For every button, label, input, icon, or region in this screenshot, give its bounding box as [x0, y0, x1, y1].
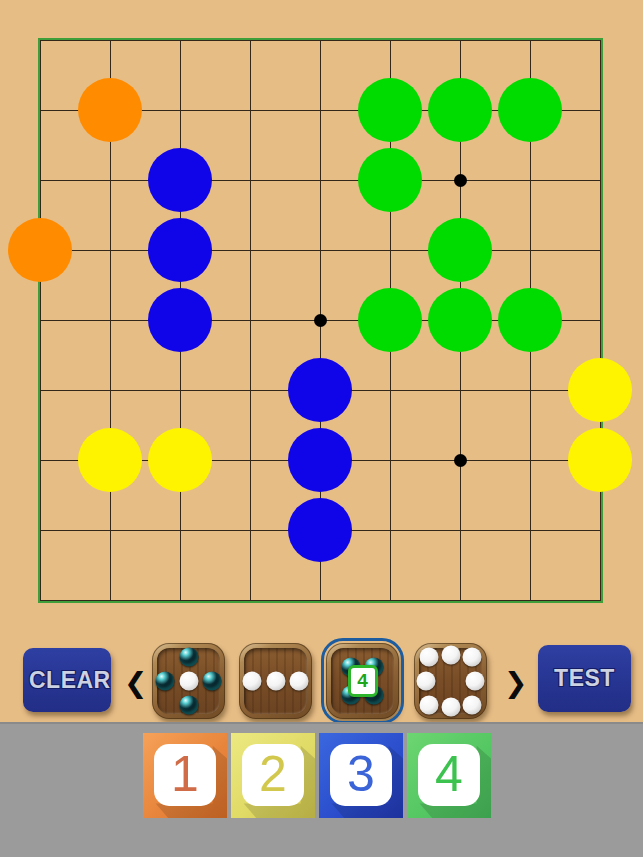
palette-button-2-yellow[interactable]: 2 [231, 733, 315, 818]
white-mini-stone-icon [419, 647, 438, 666]
white-mini-stone-icon [463, 647, 482, 666]
app-screen: CLEAR ❮ 4 ❯ TEST 1 2 3 4 [0, 0, 643, 857]
stone-count-badge: 4 [348, 665, 378, 697]
pattern-button-quad-selected[interactable]: 4 [326, 643, 399, 719]
blue-stone[interactable] [288, 358, 352, 422]
blue-stone[interactable] [148, 288, 212, 352]
clear-button[interactable]: CLEAR [23, 648, 111, 712]
blue-stone[interactable] [148, 218, 212, 282]
palette-number: 3 [330, 744, 392, 806]
green-stone[interactable] [498, 78, 562, 142]
white-mini-stone-icon [441, 697, 460, 716]
white-mini-stone-icon [463, 696, 482, 715]
test-button[interactable]: TEST [538, 645, 631, 712]
blue-stone[interactable] [288, 428, 352, 492]
blue-stone[interactable] [288, 498, 352, 562]
star-point [454, 454, 467, 467]
star-point [314, 314, 327, 327]
white-mini-stone-icon [419, 696, 438, 715]
star-point [454, 174, 467, 187]
green-stone[interactable] [428, 78, 492, 142]
white-mini-stone-icon [289, 672, 308, 691]
white-mini-stone-icon [416, 672, 435, 691]
blue-stone[interactable] [148, 148, 212, 212]
yellow-stone[interactable] [568, 358, 632, 422]
green-stone[interactable] [428, 288, 492, 352]
stones-layer [5, 5, 635, 635]
green-stone[interactable] [358, 288, 422, 352]
yellow-stone[interactable] [78, 428, 142, 492]
green-stone[interactable] [358, 78, 422, 142]
white-mini-stone-icon [266, 672, 285, 691]
orange-stone[interactable] [8, 218, 72, 282]
black-mini-stone-icon [179, 647, 198, 666]
next-pattern-arrow-icon[interactable]: ❯ [504, 663, 524, 703]
yellow-stone[interactable] [568, 428, 632, 492]
black-mini-stone-icon [156, 672, 175, 691]
palette-button-4-green[interactable]: 4 [407, 733, 491, 818]
palette-number: 2 [242, 744, 304, 806]
white-mini-stone-icon [179, 672, 198, 691]
palette-button-1-orange[interactable]: 1 [143, 733, 227, 818]
yellow-stone[interactable] [148, 428, 212, 492]
black-mini-stone-icon [179, 696, 198, 715]
white-mini-stone-icon [466, 672, 485, 691]
pattern-button-ring8[interactable] [414, 643, 487, 719]
green-stone[interactable] [358, 148, 422, 212]
white-mini-stone-icon [441, 646, 460, 665]
white-mini-stone-icon [243, 672, 262, 691]
palette-number: 4 [418, 744, 480, 806]
palette-button-3-blue[interactable]: 3 [319, 733, 403, 818]
prev-pattern-arrow-icon[interactable]: ❮ [124, 663, 144, 703]
green-stone[interactable] [498, 288, 562, 352]
pattern-button-row3[interactable] [239, 643, 312, 719]
orange-stone[interactable] [78, 78, 142, 142]
pattern-button-plus[interactable] [152, 643, 225, 719]
palette-bar: 1 2 3 4 [0, 722, 643, 857]
black-mini-stone-icon [202, 672, 221, 691]
green-stone[interactable] [428, 218, 492, 282]
palette-number: 1 [154, 744, 216, 806]
